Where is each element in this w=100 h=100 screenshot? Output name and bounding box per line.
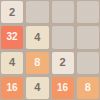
empty-cell: [26, 1, 48, 23]
tile-8: 8: [77, 77, 99, 99]
empty-cell: [77, 26, 99, 48]
empty-cell: [52, 26, 74, 48]
tile-4: 4: [26, 77, 48, 99]
tile-2: 2: [52, 52, 74, 74]
tile-2: 2: [1, 1, 23, 23]
tile-16: 16: [52, 77, 74, 99]
tile-4: 4: [26, 26, 48, 48]
empty-cell: [77, 1, 99, 23]
2048-board[interactable]: 2324482164168: [0, 0, 100, 100]
tile-4: 4: [1, 52, 23, 74]
tile-8: 8: [26, 52, 48, 74]
empty-cell: [52, 1, 74, 23]
tile-16: 16: [1, 77, 23, 99]
tile-32: 32: [1, 26, 23, 48]
empty-cell: [77, 52, 99, 74]
